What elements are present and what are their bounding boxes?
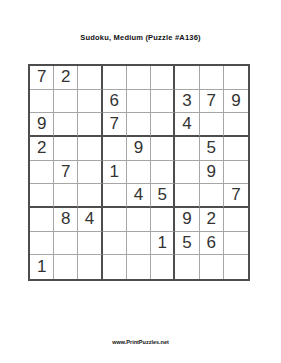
cell-r3c8-empty [200, 113, 224, 137]
cell-r5c1-empty [30, 161, 54, 185]
cell-r4c8-given-5: 5 [200, 137, 224, 161]
cell-r4c1-given-2: 2 [30, 137, 54, 161]
cell-r5c8-given-9: 9 [200, 161, 224, 185]
footer-url: www.PrintPuzzles.net [0, 338, 281, 346]
cell-r3c9-empty [224, 113, 248, 137]
cell-r1c2-given-2: 2 [54, 66, 78, 90]
cell-r4c5-given-9: 9 [127, 137, 151, 161]
cell-r1c9-empty [224, 66, 248, 90]
cell-r9c9-empty [224, 255, 248, 279]
cell-r3c4-given-7: 7 [103, 113, 127, 137]
cell-r9c8-empty [200, 255, 224, 279]
cell-r7c4-empty [103, 208, 127, 232]
cell-r4c3-empty [78, 137, 102, 161]
cell-r9c6-empty [151, 255, 175, 279]
cell-r3c7-given-4: 4 [175, 113, 199, 137]
sudoku-board: 72637997429571945784921561 [28, 64, 250, 281]
cell-r8c6-given-1: 1 [151, 232, 175, 256]
cell-r3c3-empty [78, 113, 102, 137]
cell-r1c4-empty [103, 66, 127, 90]
cell-r4c9-empty [224, 137, 248, 161]
cell-r2c4-given-6: 6 [103, 90, 127, 114]
cell-r9c2-empty [54, 255, 78, 279]
cell-r6c8-empty [200, 184, 224, 208]
cell-r2c5-empty [127, 90, 151, 114]
cell-r7c1-empty [30, 208, 54, 232]
cell-r1c3-empty [78, 66, 102, 90]
cell-r6c1-empty [30, 184, 54, 208]
cell-r2c6-empty [151, 90, 175, 114]
cell-r6c9-given-7: 7 [224, 184, 248, 208]
cell-r7c5-empty [127, 208, 151, 232]
cell-r5c5-empty [127, 161, 151, 185]
cell-r7c9-empty [224, 208, 248, 232]
cell-r1c8-empty [200, 66, 224, 90]
cell-r8c4-empty [103, 232, 127, 256]
cell-r9c7-empty [175, 255, 199, 279]
puzzle-title: Sudoku, Medium (Puzzle #A136) [0, 32, 281, 44]
cell-r9c1-given-1: 1 [30, 255, 54, 279]
cell-r5c7-empty [175, 161, 199, 185]
cell-r9c4-empty [103, 255, 127, 279]
cell-r6c6-given-5: 5 [151, 184, 175, 208]
cell-r2c8-given-7: 7 [200, 90, 224, 114]
cell-r7c3-given-4: 4 [78, 208, 102, 232]
cell-r2c2-empty [54, 90, 78, 114]
cell-r8c7-given-5: 5 [175, 232, 199, 256]
cell-r5c2-given-7: 7 [54, 161, 78, 185]
cell-r6c2-empty [54, 184, 78, 208]
cell-r7c8-given-2: 2 [200, 208, 224, 232]
cell-r8c9-empty [224, 232, 248, 256]
cell-r5c4-given-1: 1 [103, 161, 127, 185]
cell-r4c4-empty [103, 137, 127, 161]
cell-r9c5-empty [127, 255, 151, 279]
cell-r3c6-empty [151, 113, 175, 137]
cell-r3c1-given-9: 9 [30, 113, 54, 137]
cell-r8c5-empty [127, 232, 151, 256]
printable-sudoku-page: Sudoku, Medium (Puzzle #A136) 7263799742… [0, 0, 281, 363]
cell-r7c2-given-8: 8 [54, 208, 78, 232]
cell-r5c3-empty [78, 161, 102, 185]
cell-r4c7-empty [175, 137, 199, 161]
cell-r3c5-empty [127, 113, 151, 137]
cell-r5c9-empty [224, 161, 248, 185]
cell-r8c1-empty [30, 232, 54, 256]
cell-r5c6-empty [151, 161, 175, 185]
cell-r1c7-empty [175, 66, 199, 90]
cell-r2c9-given-9: 9 [224, 90, 248, 114]
cell-r6c3-empty [78, 184, 102, 208]
cell-r7c6-empty [151, 208, 175, 232]
cell-r2c3-empty [78, 90, 102, 114]
cell-r9c3-empty [78, 255, 102, 279]
cell-r4c6-empty [151, 137, 175, 161]
cell-r6c7-empty [175, 184, 199, 208]
cell-r8c3-empty [78, 232, 102, 256]
cell-r8c2-empty [54, 232, 78, 256]
cell-r1c1-given-7: 7 [30, 66, 54, 90]
cell-r8c8-given-6: 6 [200, 232, 224, 256]
cell-r1c6-empty [151, 66, 175, 90]
cell-r2c1-empty [30, 90, 54, 114]
cell-r7c7-given-9: 9 [175, 208, 199, 232]
cell-r1c5-empty [127, 66, 151, 90]
cell-r3c2-empty [54, 113, 78, 137]
cell-r2c7-given-3: 3 [175, 90, 199, 114]
cell-r4c2-empty [54, 137, 78, 161]
cell-r6c5-given-4: 4 [127, 184, 151, 208]
cell-r6c4-empty [103, 184, 127, 208]
